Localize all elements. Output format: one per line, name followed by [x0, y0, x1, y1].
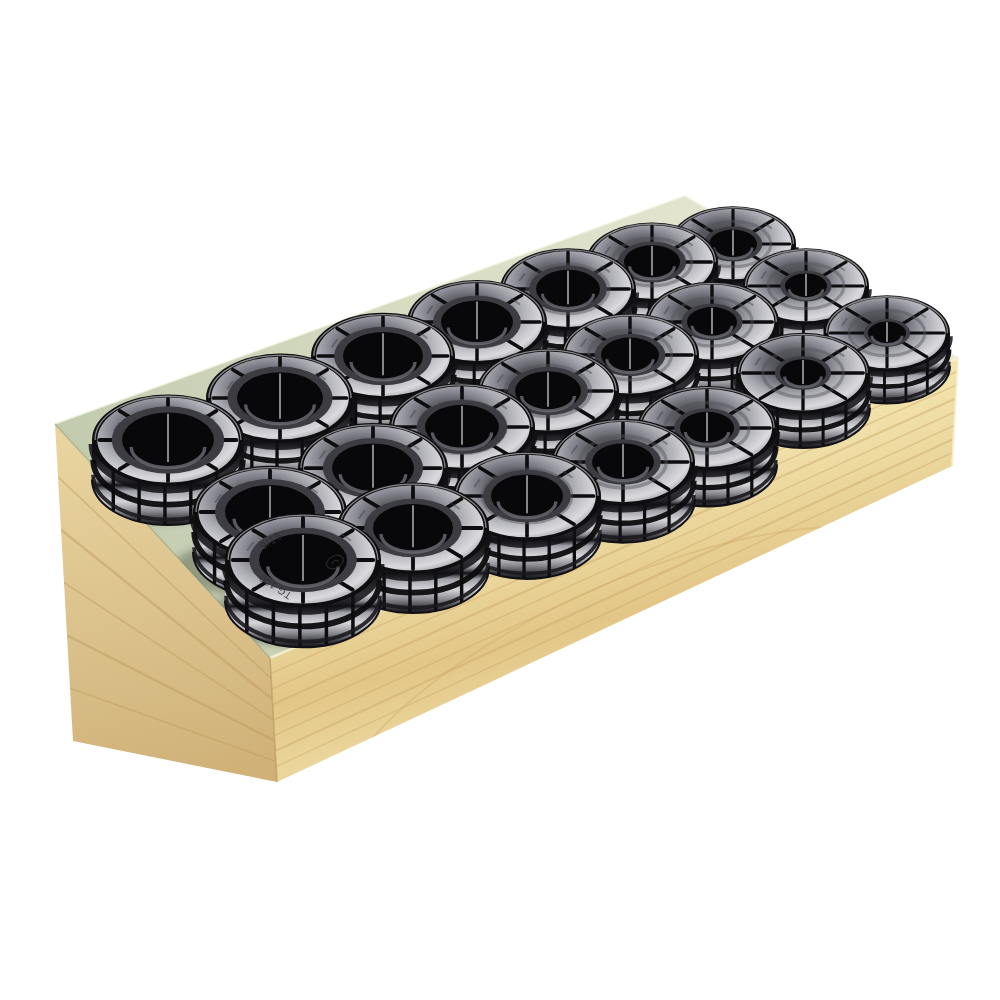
product-photo: 9/16TG 100: [0, 0, 1000, 1000]
collet-front-1: 9/16TG 100: [225, 513, 381, 647]
collet-set-image: 9/16TG 100: [0, 0, 1000, 1000]
